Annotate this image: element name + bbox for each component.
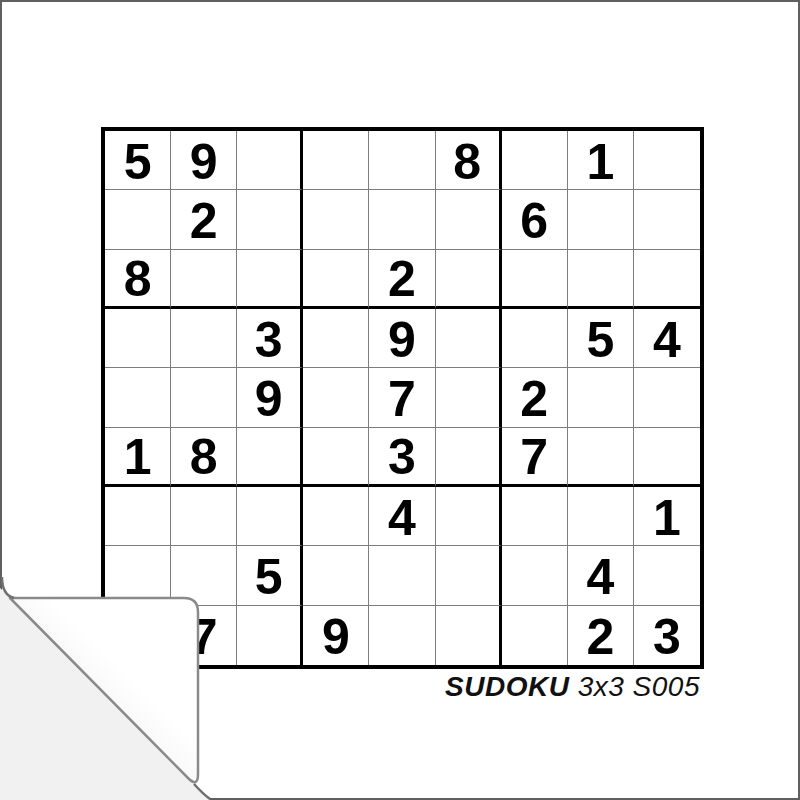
cell-r7c2[interactable] [171, 487, 237, 546]
cell-r6c9[interactable] [634, 428, 700, 487]
page-curl [0, 560, 240, 800]
cell-r6c1[interactable]: 1 [105, 428, 171, 487]
cell-r1c9[interactable] [634, 131, 700, 190]
cell-r4c2[interactable] [171, 309, 237, 368]
cell-r2c4[interactable] [303, 190, 369, 249]
cell-r5c2[interactable] [171, 368, 237, 427]
cell-r1c1[interactable]: 5 [105, 131, 171, 190]
cell-r4c1[interactable] [105, 309, 171, 368]
cell-r5c9[interactable] [634, 368, 700, 427]
cell-r7c8[interactable] [568, 487, 634, 546]
cell-r7c9[interactable]: 1 [634, 487, 700, 546]
cell-r4c5[interactable]: 9 [369, 309, 435, 368]
cell-r6c4[interactable] [303, 428, 369, 487]
cell-r3c8[interactable] [568, 250, 634, 309]
cell-r5c8[interactable] [568, 368, 634, 427]
cell-r6c8[interactable] [568, 428, 634, 487]
cell-r2c2[interactable]: 2 [171, 190, 237, 249]
cell-r3c1[interactable]: 8 [105, 250, 171, 309]
cell-r9c4[interactable]: 9 [303, 606, 369, 665]
cell-r5c6[interactable] [436, 368, 502, 427]
puzzle-caption-subtitle: 3x3 S005 [569, 671, 700, 702]
cell-r5c7[interactable]: 2 [502, 368, 568, 427]
cell-r8c9[interactable] [634, 546, 700, 605]
cell-r7c6[interactable] [436, 487, 502, 546]
cell-r5c3[interactable]: 9 [237, 368, 303, 427]
cell-r9c3[interactable] [237, 606, 303, 665]
cell-r1c4[interactable] [303, 131, 369, 190]
cell-r6c2[interactable]: 8 [171, 428, 237, 487]
cell-r8c7[interactable] [502, 546, 568, 605]
cell-r5c1[interactable] [105, 368, 171, 427]
cell-r7c3[interactable] [237, 487, 303, 546]
cell-r2c3[interactable] [237, 190, 303, 249]
cell-r8c6[interactable] [436, 546, 502, 605]
cell-r1c6[interactable]: 8 [436, 131, 502, 190]
cell-r3c4[interactable] [303, 250, 369, 309]
cell-r2c7[interactable]: 6 [502, 190, 568, 249]
cell-r2c8[interactable] [568, 190, 634, 249]
cell-r9c5[interactable] [369, 606, 435, 665]
cell-r6c6[interactable] [436, 428, 502, 487]
cell-r4c3[interactable]: 3 [237, 309, 303, 368]
cell-r7c1[interactable] [105, 487, 171, 546]
puzzle-caption-title: SUDOKU [445, 671, 569, 702]
cell-r9c6[interactable] [436, 606, 502, 665]
cell-r1c7[interactable] [502, 131, 568, 190]
cell-r5c5[interactable]: 7 [369, 368, 435, 427]
cell-r4c8[interactable]: 5 [568, 309, 634, 368]
cell-r9c7[interactable] [502, 606, 568, 665]
page-background: 598126823954972183741547923 SUDOKU 3x3 S… [0, 0, 800, 800]
cell-r8c8[interactable]: 4 [568, 546, 634, 605]
page-curl-triangle [10, 598, 198, 782]
puzzle-caption: SUDOKU 3x3 S005 [445, 671, 700, 703]
cell-r4c4[interactable] [303, 309, 369, 368]
cell-r1c3[interactable] [237, 131, 303, 190]
page-curl-bottom-join [194, 784, 210, 799]
cell-r6c7[interactable]: 7 [502, 428, 568, 487]
cell-r1c8[interactable]: 1 [568, 131, 634, 190]
cell-r9c8[interactable]: 2 [568, 606, 634, 665]
cell-r6c3[interactable] [237, 428, 303, 487]
cell-r3c5[interactable]: 2 [369, 250, 435, 309]
cell-r3c9[interactable] [634, 250, 700, 309]
cell-r7c4[interactable] [303, 487, 369, 546]
cell-r1c5[interactable] [369, 131, 435, 190]
cell-r3c6[interactable] [436, 250, 502, 309]
cell-r9c9[interactable]: 3 [634, 606, 700, 665]
cell-r3c7[interactable] [502, 250, 568, 309]
cell-r6c5[interactable]: 3 [369, 428, 435, 487]
cell-r3c3[interactable] [237, 250, 303, 309]
cell-r2c5[interactable] [369, 190, 435, 249]
page-curl-left-join [2, 577, 14, 598]
cell-r8c4[interactable] [303, 546, 369, 605]
cell-r4c9[interactable]: 4 [634, 309, 700, 368]
cell-r4c7[interactable] [502, 309, 568, 368]
cell-r2c1[interactable] [105, 190, 171, 249]
cell-r3c2[interactable] [171, 250, 237, 309]
cell-r5c4[interactable] [303, 368, 369, 427]
cell-r4c6[interactable] [436, 309, 502, 368]
cell-r1c2[interactable]: 9 [171, 131, 237, 190]
cell-r7c7[interactable] [502, 487, 568, 546]
cell-r8c5[interactable] [369, 546, 435, 605]
cell-r2c6[interactable] [436, 190, 502, 249]
cell-r8c3[interactable]: 5 [237, 546, 303, 605]
cell-r7c5[interactable]: 4 [369, 487, 435, 546]
cell-r2c9[interactable] [634, 190, 700, 249]
